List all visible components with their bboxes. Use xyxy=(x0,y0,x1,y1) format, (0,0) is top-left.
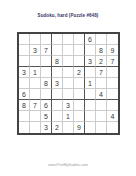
cell-r3c6[interactable] xyxy=(74,56,85,67)
cell-r7c8[interactable] xyxy=(96,100,107,111)
cell-r8c5[interactable]: 1 xyxy=(63,111,74,122)
cell-r2c1[interactable] xyxy=(19,45,30,56)
cell-r6c7[interactable] xyxy=(85,89,96,100)
cell-r5c2[interactable] xyxy=(30,78,41,89)
cell-r5c5[interactable] xyxy=(63,78,74,89)
cell-r6c8[interactable]: 4 xyxy=(96,89,107,100)
cell-r9c4[interactable]: 2 xyxy=(52,122,63,133)
cell-r7c6[interactable] xyxy=(74,100,85,111)
cell-r7c7[interactable] xyxy=(85,100,96,111)
cell-r5c7[interactable]: 1 xyxy=(85,78,96,89)
footer-url[interactable]: www.PrintMySudoku.com xyxy=(0,163,136,167)
cell-r7c1[interactable]: 8 xyxy=(19,100,30,111)
cell-r9c8[interactable] xyxy=(96,122,107,133)
cell-r3c2[interactable] xyxy=(30,56,41,67)
cell-r1c8[interactable] xyxy=(96,34,107,45)
cell-r9c7[interactable] xyxy=(85,122,96,133)
cell-r6c6[interactable] xyxy=(74,89,85,100)
cell-r4c2[interactable]: 1 xyxy=(30,67,41,78)
cell-r4c1[interactable]: 3 xyxy=(19,67,30,78)
cell-r9c5[interactable] xyxy=(63,122,74,133)
cell-r2c4[interactable] xyxy=(52,45,63,56)
cell-r7c3[interactable]: 6 xyxy=(41,100,52,111)
cell-r8c6[interactable] xyxy=(74,111,85,122)
cell-r8c4[interactable] xyxy=(52,111,63,122)
cell-r2c9[interactable]: 9 xyxy=(107,45,118,56)
cell-r4c5[interactable] xyxy=(63,67,74,78)
cell-r3c9[interactable]: 7 xyxy=(107,56,118,67)
sudoku-board: 6378983273127831648763514329 xyxy=(17,32,120,135)
cell-r7c9[interactable] xyxy=(107,100,118,111)
cell-r4c6[interactable]: 2 xyxy=(74,67,85,78)
cell-r3c5[interactable] xyxy=(63,56,74,67)
cell-r8c3[interactable]: 5 xyxy=(41,111,52,122)
cell-r8c9[interactable]: 4 xyxy=(107,111,118,122)
cell-r2c7[interactable] xyxy=(85,45,96,56)
cell-r9c9[interactable] xyxy=(107,122,118,133)
cell-r1c3[interactable] xyxy=(41,34,52,45)
cell-r1c1[interactable] xyxy=(19,34,30,45)
puzzle-title: Sudoku, hard (Puzzle #648) xyxy=(0,13,136,18)
cell-r2c3[interactable]: 7 xyxy=(41,45,52,56)
cell-r6c4[interactable] xyxy=(52,89,63,100)
cell-r5c9[interactable] xyxy=(107,78,118,89)
cell-r3c8[interactable]: 2 xyxy=(96,56,107,67)
cell-r7c5[interactable]: 3 xyxy=(63,100,74,111)
cell-r9c2[interactable] xyxy=(30,122,41,133)
cell-r4c3[interactable] xyxy=(41,67,52,78)
cell-r5c4[interactable]: 3 xyxy=(52,78,63,89)
cell-r5c8[interactable] xyxy=(96,78,107,89)
cell-r4c8[interactable]: 7 xyxy=(96,67,107,78)
cell-r7c4[interactable] xyxy=(52,100,63,111)
cell-r2c8[interactable]: 8 xyxy=(96,45,107,56)
cell-r5c3[interactable]: 8 xyxy=(41,78,52,89)
cell-r6c3[interactable] xyxy=(41,89,52,100)
cell-r8c1[interactable] xyxy=(19,111,30,122)
cell-r1c9[interactable] xyxy=(107,34,118,45)
cell-r7c2[interactable]: 7 xyxy=(30,100,41,111)
cell-r3c7[interactable]: 3 xyxy=(85,56,96,67)
cell-r2c5[interactable] xyxy=(63,45,74,56)
cell-r2c6[interactable] xyxy=(74,45,85,56)
cell-r5c6[interactable] xyxy=(74,78,85,89)
cell-r8c2[interactable] xyxy=(30,111,41,122)
cell-r8c8[interactable] xyxy=(96,111,107,122)
cell-r1c7[interactable]: 6 xyxy=(85,34,96,45)
cell-r4c4[interactable] xyxy=(52,67,63,78)
cell-r1c5[interactable] xyxy=(63,34,74,45)
cell-r1c4[interactable] xyxy=(52,34,63,45)
cell-r3c4[interactable]: 8 xyxy=(52,56,63,67)
cell-r6c5[interactable] xyxy=(63,89,74,100)
cell-r9c1[interactable] xyxy=(19,122,30,133)
cell-r2c2[interactable]: 3 xyxy=(30,45,41,56)
cell-r3c3[interactable] xyxy=(41,56,52,67)
cell-r5c1[interactable] xyxy=(19,78,30,89)
cell-r6c2[interactable] xyxy=(30,89,41,100)
cell-r4c7[interactable] xyxy=(85,67,96,78)
cell-r3c1[interactable] xyxy=(19,56,30,67)
cell-r6c1[interactable]: 6 xyxy=(19,89,30,100)
cell-r6c9[interactable] xyxy=(107,89,118,100)
cell-r8c7[interactable] xyxy=(85,111,96,122)
cell-r9c3[interactable]: 3 xyxy=(41,122,52,133)
cell-r1c2[interactable] xyxy=(30,34,41,45)
cell-r9c6[interactable]: 9 xyxy=(74,122,85,133)
cell-r1c6[interactable] xyxy=(74,34,85,45)
cell-r4c9[interactable] xyxy=(107,67,118,78)
